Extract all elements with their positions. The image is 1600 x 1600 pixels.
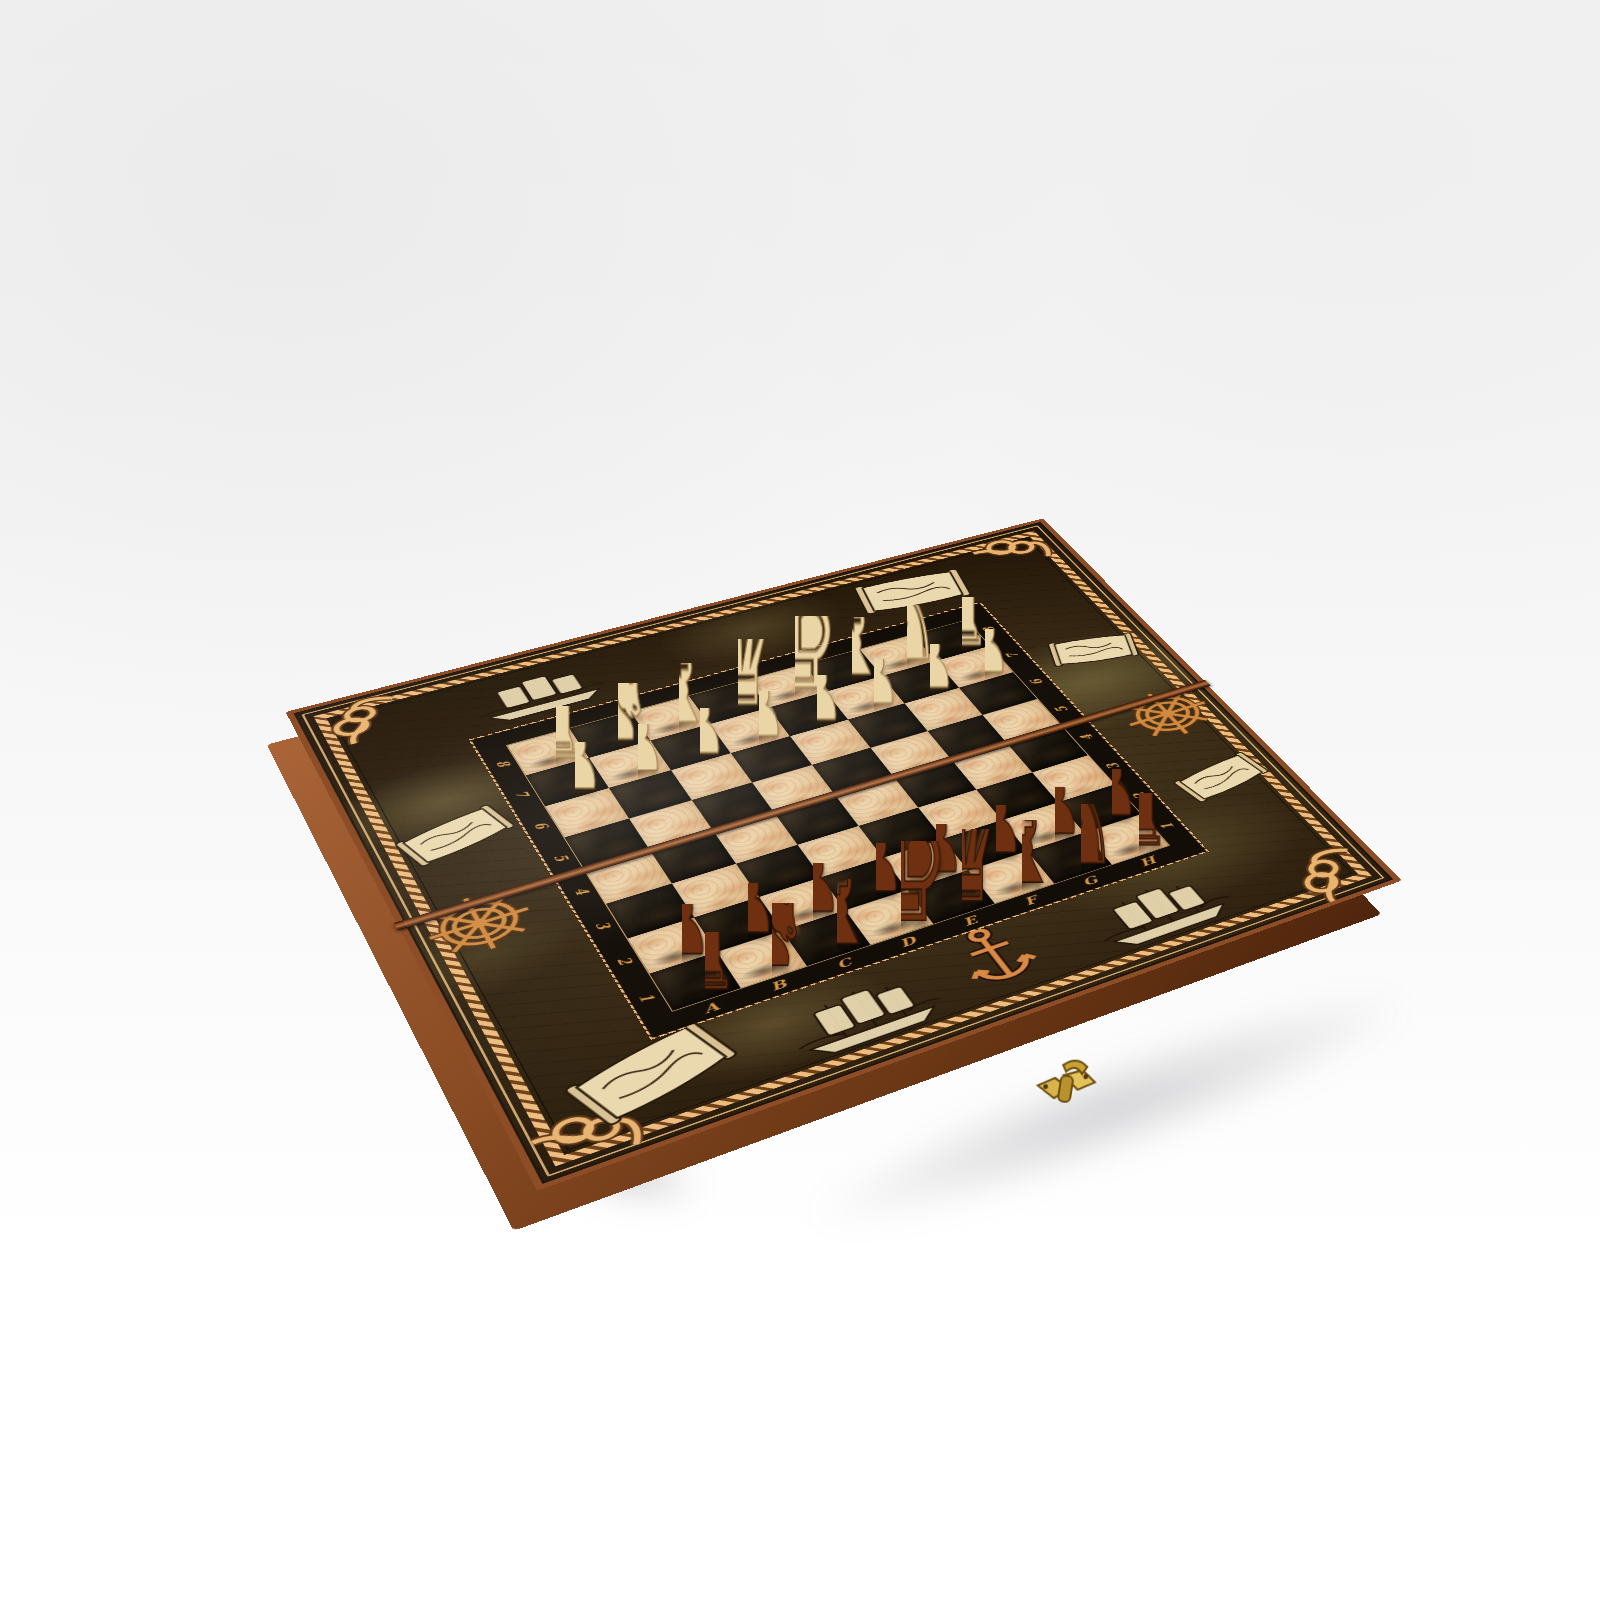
piece-glyph: ♟ bbox=[731, 666, 787, 743]
brass-clasp bbox=[1027, 1045, 1107, 1127]
piece-glyph: ♟ bbox=[790, 650, 845, 726]
piece-glyph: ♟ bbox=[671, 682, 728, 760]
piece-glyph: ♟ bbox=[547, 715, 605, 795]
piece-glyph: ♟ bbox=[958, 605, 1012, 678]
stage: ♜♞♝♛♚♝♞♜♟♟♟♟♟♟♟♟♟♟♟♟♟♟♟♟♜♞♝♚♛♝♞♜ 8877665… bbox=[0, 0, 1600, 1600]
piece-glyph: ♟ bbox=[847, 634, 902, 709]
piece-glyph: ♟ bbox=[610, 698, 667, 777]
piece-glyph: ♞ bbox=[733, 867, 811, 975]
piece-glyph: ♟ bbox=[903, 619, 957, 693]
scene-tilt: ♜♞♝♛♚♝♞♜♟♟♟♟♟♟♟♟♟♟♟♟♟♟♟♟♜♞♝♚♛♝♞♜ 8877665… bbox=[0, 0, 1600, 1600]
piece-glyph: ♜ bbox=[670, 899, 742, 997]
